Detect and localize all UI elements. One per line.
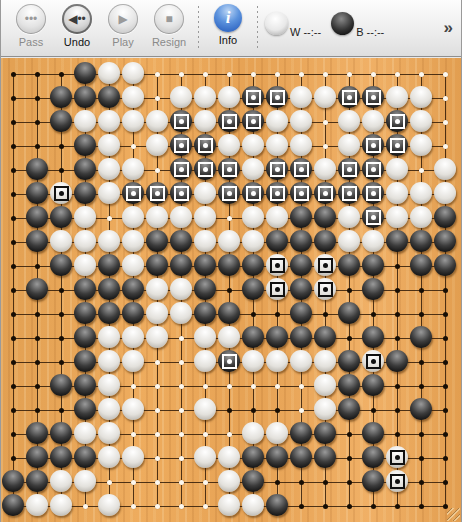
black-territory-dot[interactable] (35, 120, 40, 125)
black-territory-dot[interactable] (59, 168, 64, 173)
black-stone[interactable] (26, 230, 48, 252)
white-stone[interactable] (386, 182, 408, 204)
black-stone[interactable] (410, 254, 432, 276)
black-stone-dead[interactable] (170, 182, 192, 204)
white-stone[interactable] (98, 374, 120, 396)
black-stone[interactable] (242, 446, 264, 468)
white-stone[interactable] (386, 158, 408, 180)
white-territory-dot[interactable] (371, 72, 376, 77)
black-stone[interactable] (74, 62, 96, 84)
white-stone[interactable] (194, 350, 216, 372)
black-territory-dot[interactable] (35, 384, 40, 389)
black-territory-dot[interactable] (371, 312, 376, 317)
white-stone[interactable] (386, 86, 408, 108)
black-territory-dot[interactable] (419, 384, 424, 389)
black-stone[interactable] (50, 206, 72, 228)
white-territory-dot[interactable] (203, 384, 208, 389)
black-stone[interactable] (98, 302, 120, 324)
black-stone[interactable] (290, 278, 312, 300)
black-stone[interactable] (362, 374, 384, 396)
white-stone[interactable] (98, 62, 120, 84)
black-territory-dot[interactable] (11, 168, 16, 173)
black-territory-dot[interactable] (395, 312, 400, 317)
black-stone[interactable] (314, 206, 336, 228)
black-stone-dead[interactable] (266, 158, 288, 180)
black-territory-dot[interactable] (11, 456, 16, 461)
white-territory-dot[interactable] (227, 432, 232, 437)
black-stone[interactable] (362, 470, 384, 492)
white-stone[interactable] (410, 206, 432, 228)
black-territory-dot[interactable] (323, 312, 328, 317)
white-territory-dot[interactable] (131, 144, 136, 149)
black-stone-dead[interactable] (266, 86, 288, 108)
white-stone[interactable] (98, 182, 120, 204)
white-stone[interactable] (194, 398, 216, 420)
black-stone-dead[interactable] (218, 182, 240, 204)
white-stone[interactable] (122, 110, 144, 132)
white-stone[interactable] (122, 254, 144, 276)
goban[interactable] (1, 58, 461, 522)
white-stone[interactable] (194, 86, 216, 108)
black-stone-dead[interactable] (266, 182, 288, 204)
black-stone[interactable] (26, 446, 48, 468)
black-stone-dead[interactable] (290, 182, 312, 204)
white-stone[interactable] (266, 350, 288, 372)
white-stone[interactable] (98, 494, 120, 516)
black-stone[interactable] (386, 350, 408, 372)
black-stone-dead[interactable] (362, 86, 384, 108)
white-territory-dot[interactable] (131, 504, 136, 509)
black-territory-dot[interactable] (395, 336, 400, 341)
white-stone[interactable] (266, 422, 288, 444)
white-territory-dot[interactable] (299, 72, 304, 77)
white-territory-dot[interactable] (203, 480, 208, 485)
white-stone[interactable] (98, 230, 120, 252)
black-territory-dot[interactable] (371, 408, 376, 413)
black-stone[interactable] (266, 494, 288, 516)
black-stone[interactable] (266, 326, 288, 348)
white-territory-dot[interactable] (179, 504, 184, 509)
white-stone[interactable] (218, 494, 240, 516)
black-stone[interactable] (338, 398, 360, 420)
white-stone[interactable] (242, 230, 264, 252)
black-territory-dot[interactable] (59, 408, 64, 413)
black-stone[interactable] (2, 494, 24, 516)
black-stone[interactable] (338, 302, 360, 324)
black-stone[interactable] (74, 134, 96, 156)
black-stone[interactable] (290, 254, 312, 276)
black-territory-dot[interactable] (59, 72, 64, 77)
white-stone[interactable] (146, 302, 168, 324)
black-stone[interactable] (50, 374, 72, 396)
black-territory-dot[interactable] (419, 504, 424, 509)
white-territory-dot[interactable] (419, 168, 424, 173)
white-stone[interactable] (410, 182, 432, 204)
white-stone-dead[interactable] (386, 470, 408, 492)
resign-button[interactable]: ■ Resign (147, 4, 191, 48)
white-stone[interactable] (122, 230, 144, 252)
black-stone[interactable] (74, 350, 96, 372)
white-territory-dot[interactable] (155, 504, 160, 509)
black-stone[interactable] (74, 398, 96, 420)
black-stone[interactable] (338, 374, 360, 396)
white-stone[interactable] (314, 350, 336, 372)
white-stone[interactable] (74, 254, 96, 276)
black-territory-dot[interactable] (251, 312, 256, 317)
black-territory-dot[interactable] (11, 96, 16, 101)
black-territory-dot[interactable] (35, 144, 40, 149)
black-territory-dot[interactable] (347, 288, 352, 293)
black-territory-dot[interactable] (11, 120, 16, 125)
black-stone-dead[interactable] (314, 182, 336, 204)
white-stone[interactable] (50, 230, 72, 252)
white-stone[interactable] (194, 110, 216, 132)
white-territory-dot[interactable] (443, 144, 448, 149)
white-stone[interactable] (290, 134, 312, 156)
black-stone-dead[interactable] (386, 134, 408, 156)
white-territory-dot[interactable] (155, 456, 160, 461)
black-stone[interactable] (434, 254, 456, 276)
black-territory-dot[interactable] (443, 384, 448, 389)
black-territory-dot[interactable] (299, 480, 304, 485)
white-territory-dot[interactable] (227, 72, 232, 77)
black-territory-dot[interactable] (395, 408, 400, 413)
white-territory-dot[interactable] (107, 480, 112, 485)
white-stone[interactable] (362, 230, 384, 252)
black-territory-dot[interactable] (395, 504, 400, 509)
black-territory-dot[interactable] (11, 240, 16, 245)
white-stone[interactable] (122, 446, 144, 468)
black-territory-dot[interactable] (11, 144, 16, 149)
black-territory-dot[interactable] (419, 312, 424, 317)
black-stone-dead[interactable] (146, 182, 168, 204)
white-stone[interactable] (194, 326, 216, 348)
white-stone[interactable] (170, 86, 192, 108)
black-stone-dead[interactable] (194, 158, 216, 180)
black-territory-dot[interactable] (35, 72, 40, 77)
white-stone[interactable] (122, 206, 144, 228)
black-territory-dot[interactable] (11, 216, 16, 221)
white-stone[interactable] (122, 86, 144, 108)
black-territory-dot[interactable] (443, 480, 448, 485)
white-stone[interactable] (314, 158, 336, 180)
black-stone[interactable] (314, 422, 336, 444)
white-stone[interactable] (386, 206, 408, 228)
white-stone[interactable] (194, 182, 216, 204)
white-stone[interactable] (74, 110, 96, 132)
white-stone[interactable] (74, 422, 96, 444)
white-stone[interactable] (338, 230, 360, 252)
white-territory-dot[interactable] (299, 408, 304, 413)
black-territory-dot[interactable] (11, 264, 16, 269)
black-territory-dot[interactable] (59, 288, 64, 293)
white-territory-dot[interactable] (131, 432, 136, 437)
black-stone[interactable] (74, 158, 96, 180)
black-stone[interactable] (50, 86, 72, 108)
black-stone[interactable] (26, 206, 48, 228)
white-stone[interactable] (218, 86, 240, 108)
black-territory-dot[interactable] (59, 336, 64, 341)
white-territory-dot[interactable] (275, 384, 280, 389)
black-stone-dead[interactable] (362, 206, 384, 228)
black-territory-dot[interactable] (443, 288, 448, 293)
white-territory-dot[interactable] (419, 72, 424, 77)
black-stone[interactable] (74, 86, 96, 108)
white-stone[interactable] (290, 86, 312, 108)
white-stone[interactable] (290, 350, 312, 372)
black-stone[interactable] (26, 182, 48, 204)
black-territory-dot[interactable] (275, 408, 280, 413)
white-territory-dot[interactable] (299, 384, 304, 389)
black-stone-dead[interactable] (386, 110, 408, 132)
black-stone-dead[interactable] (338, 182, 360, 204)
white-stone[interactable] (218, 230, 240, 252)
black-stone[interactable] (194, 254, 216, 276)
black-stone[interactable] (26, 470, 48, 492)
white-stone[interactable] (218, 446, 240, 468)
black-stone[interactable] (434, 230, 456, 252)
white-stone[interactable] (338, 110, 360, 132)
white-territory-dot[interactable] (155, 408, 160, 413)
black-stone-dead[interactable] (362, 182, 384, 204)
black-territory-dot[interactable] (323, 504, 328, 509)
black-territory-dot[interactable] (371, 504, 376, 509)
black-stone[interactable] (74, 302, 96, 324)
black-territory-dot[interactable] (35, 264, 40, 269)
black-territory-dot[interactable] (11, 192, 16, 197)
white-territory-dot[interactable] (323, 72, 328, 77)
black-stone[interactable] (26, 158, 48, 180)
black-stone-dead[interactable] (218, 350, 240, 372)
black-stone[interactable] (266, 446, 288, 468)
white-stone-dead[interactable] (386, 446, 408, 468)
black-stone-dead[interactable] (170, 110, 192, 132)
black-stone[interactable] (290, 422, 312, 444)
black-stone-dead[interactable] (218, 110, 240, 132)
white-territory-dot[interactable] (155, 168, 160, 173)
black-territory-dot[interactable] (35, 96, 40, 101)
white-territory-dot[interactable] (179, 336, 184, 341)
black-stone[interactable] (74, 374, 96, 396)
black-stone[interactable] (74, 278, 96, 300)
white-stone[interactable] (122, 62, 144, 84)
white-stone-dead[interactable] (266, 254, 288, 276)
black-stone[interactable] (362, 446, 384, 468)
white-territory-dot[interactable] (155, 96, 160, 101)
white-territory-dot[interactable] (155, 384, 160, 389)
black-stone[interactable] (242, 254, 264, 276)
black-stone[interactable] (314, 326, 336, 348)
white-stone[interactable] (242, 350, 264, 372)
black-territory-dot[interactable] (11, 336, 16, 341)
black-stone[interactable] (242, 278, 264, 300)
white-stone[interactable] (98, 134, 120, 156)
white-territory-dot[interactable] (323, 120, 328, 125)
black-stone[interactable] (242, 470, 264, 492)
white-territory-dot[interactable] (107, 216, 112, 221)
black-territory-dot[interactable] (443, 336, 448, 341)
black-stone[interactable] (50, 254, 72, 276)
black-stone[interactable] (146, 254, 168, 276)
black-stone-dead[interactable] (362, 158, 384, 180)
black-stone[interactable] (290, 302, 312, 324)
black-territory-dot[interactable] (11, 288, 16, 293)
white-territory-dot[interactable] (179, 360, 184, 365)
black-territory-dot[interactable] (11, 384, 16, 389)
black-territory-dot[interactable] (299, 504, 304, 509)
white-stone[interactable] (266, 110, 288, 132)
white-stone[interactable] (362, 110, 384, 132)
white-stone[interactable] (146, 134, 168, 156)
black-territory-dot[interactable] (419, 288, 424, 293)
white-territory-dot[interactable] (179, 432, 184, 437)
black-stone[interactable] (314, 446, 336, 468)
white-territory-dot[interactable] (131, 384, 136, 389)
black-stone[interactable] (266, 230, 288, 252)
black-stone[interactable] (290, 206, 312, 228)
black-territory-dot[interactable] (11, 312, 16, 317)
white-stone[interactable] (170, 278, 192, 300)
white-stone[interactable] (314, 374, 336, 396)
undo-button[interactable]: ◀•• Undo (55, 4, 99, 48)
black-territory-dot[interactable] (227, 288, 232, 293)
black-stone[interactable] (74, 182, 96, 204)
black-territory-dot[interactable] (11, 408, 16, 413)
black-stone[interactable] (362, 254, 384, 276)
white-stone[interactable] (98, 326, 120, 348)
white-territory-dot[interactable] (179, 72, 184, 77)
black-stone[interactable] (26, 278, 48, 300)
white-territory-dot[interactable] (347, 72, 352, 77)
white-stone[interactable] (146, 110, 168, 132)
white-stone[interactable] (410, 134, 432, 156)
black-territory-dot[interactable] (59, 312, 64, 317)
pass-button[interactable]: ••• Pass (9, 4, 53, 48)
white-territory-dot[interactable] (179, 408, 184, 413)
white-territory-dot[interactable] (443, 96, 448, 101)
white-stone[interactable] (122, 350, 144, 372)
black-stone-dead[interactable] (218, 158, 240, 180)
black-stone-dead[interactable] (242, 182, 264, 204)
white-stone[interactable] (98, 350, 120, 372)
white-stone[interactable] (242, 158, 264, 180)
black-stone[interactable] (434, 206, 456, 228)
white-territory-dot[interactable] (155, 360, 160, 365)
black-stone[interactable] (146, 230, 168, 252)
black-territory-dot[interactable] (443, 432, 448, 437)
black-territory-dot[interactable] (347, 456, 352, 461)
black-stone-dead[interactable] (170, 134, 192, 156)
white-stone-dead[interactable] (362, 350, 384, 372)
white-territory-dot[interactable] (179, 480, 184, 485)
white-stone[interactable] (434, 158, 456, 180)
play-button[interactable]: ▶ Play (101, 4, 145, 48)
toolbar-overflow-chevron[interactable]: » (444, 18, 453, 38)
black-stone[interactable] (170, 230, 192, 252)
black-stone[interactable] (362, 326, 384, 348)
black-stone[interactable] (74, 446, 96, 468)
black-stone[interactable] (50, 110, 72, 132)
black-territory-dot[interactable] (395, 264, 400, 269)
white-stone[interactable] (98, 158, 120, 180)
white-territory-dot[interactable] (395, 72, 400, 77)
white-stone[interactable] (98, 398, 120, 420)
white-stone[interactable] (410, 86, 432, 108)
black-territory-dot[interactable] (395, 384, 400, 389)
white-territory-dot[interactable] (203, 504, 208, 509)
black-territory-dot[interactable] (35, 360, 40, 365)
white-stone[interactable] (218, 134, 240, 156)
white-stone-dead[interactable] (314, 278, 336, 300)
black-territory-dot[interactable] (443, 456, 448, 461)
info-button[interactable]: i Info (206, 4, 250, 46)
black-territory-dot[interactable] (395, 288, 400, 293)
black-territory-dot[interactable] (275, 480, 280, 485)
white-stone-dead[interactable] (314, 254, 336, 276)
black-territory-dot[interactable] (443, 312, 448, 317)
white-territory-dot[interactable] (131, 480, 136, 485)
black-territory-dot[interactable] (395, 432, 400, 437)
black-stone[interactable] (362, 278, 384, 300)
black-stone[interactable] (242, 326, 264, 348)
white-stone[interactable] (170, 302, 192, 324)
white-stone[interactable] (146, 278, 168, 300)
white-territory-dot[interactable] (155, 432, 160, 437)
window-resize-grip[interactable] (447, 508, 460, 521)
white-territory-dot[interactable] (227, 384, 232, 389)
black-stone-dead[interactable] (242, 110, 264, 132)
black-territory-dot[interactable] (11, 72, 16, 77)
white-stone[interactable] (242, 494, 264, 516)
black-territory-dot[interactable] (443, 408, 448, 413)
black-stone[interactable] (218, 254, 240, 276)
black-territory-dot[interactable] (347, 504, 352, 509)
white-stone[interactable] (98, 446, 120, 468)
white-territory-dot[interactable] (443, 120, 448, 125)
black-stone[interactable] (314, 230, 336, 252)
white-territory-dot[interactable] (275, 72, 280, 77)
black-territory-dot[interactable] (419, 480, 424, 485)
black-stone[interactable] (122, 302, 144, 324)
white-stone[interactable] (242, 422, 264, 444)
black-stone[interactable] (290, 326, 312, 348)
white-stone[interactable] (242, 206, 264, 228)
black-territory-dot[interactable] (443, 360, 448, 365)
black-stone[interactable] (218, 302, 240, 324)
white-stone[interactable] (314, 398, 336, 420)
white-territory-dot[interactable] (323, 144, 328, 149)
black-stone-dead[interactable] (194, 134, 216, 156)
white-stone[interactable] (218, 470, 240, 492)
black-stone-dead[interactable] (122, 182, 144, 204)
black-territory-dot[interactable] (419, 360, 424, 365)
white-territory-dot[interactable] (251, 384, 256, 389)
white-stone[interactable] (146, 206, 168, 228)
white-stone[interactable] (410, 110, 432, 132)
black-stone-dead[interactable] (362, 134, 384, 156)
white-territory-dot[interactable] (179, 384, 184, 389)
black-stone[interactable] (2, 470, 24, 492)
black-stone[interactable] (26, 422, 48, 444)
white-stone[interactable] (338, 206, 360, 228)
white-stone[interactable] (194, 230, 216, 252)
black-stone-dead[interactable] (338, 158, 360, 180)
white-territory-dot[interactable] (443, 72, 448, 77)
black-stone[interactable] (194, 278, 216, 300)
black-territory-dot[interactable] (59, 360, 64, 365)
black-stone-dead[interactable] (242, 86, 264, 108)
white-stone[interactable] (242, 134, 264, 156)
